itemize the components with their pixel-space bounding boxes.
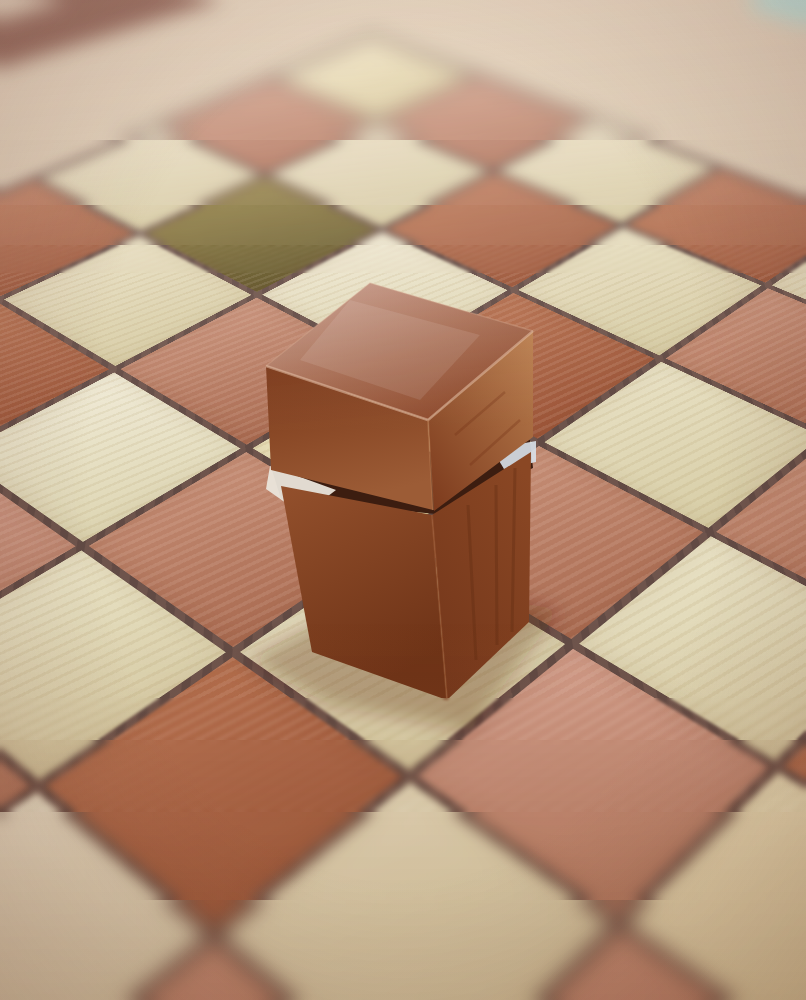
board-photo (0, 0, 806, 1000)
game-board (0, 33, 806, 1000)
board-frame-edge (0, 0, 276, 74)
background-sliver (750, 0, 806, 27)
